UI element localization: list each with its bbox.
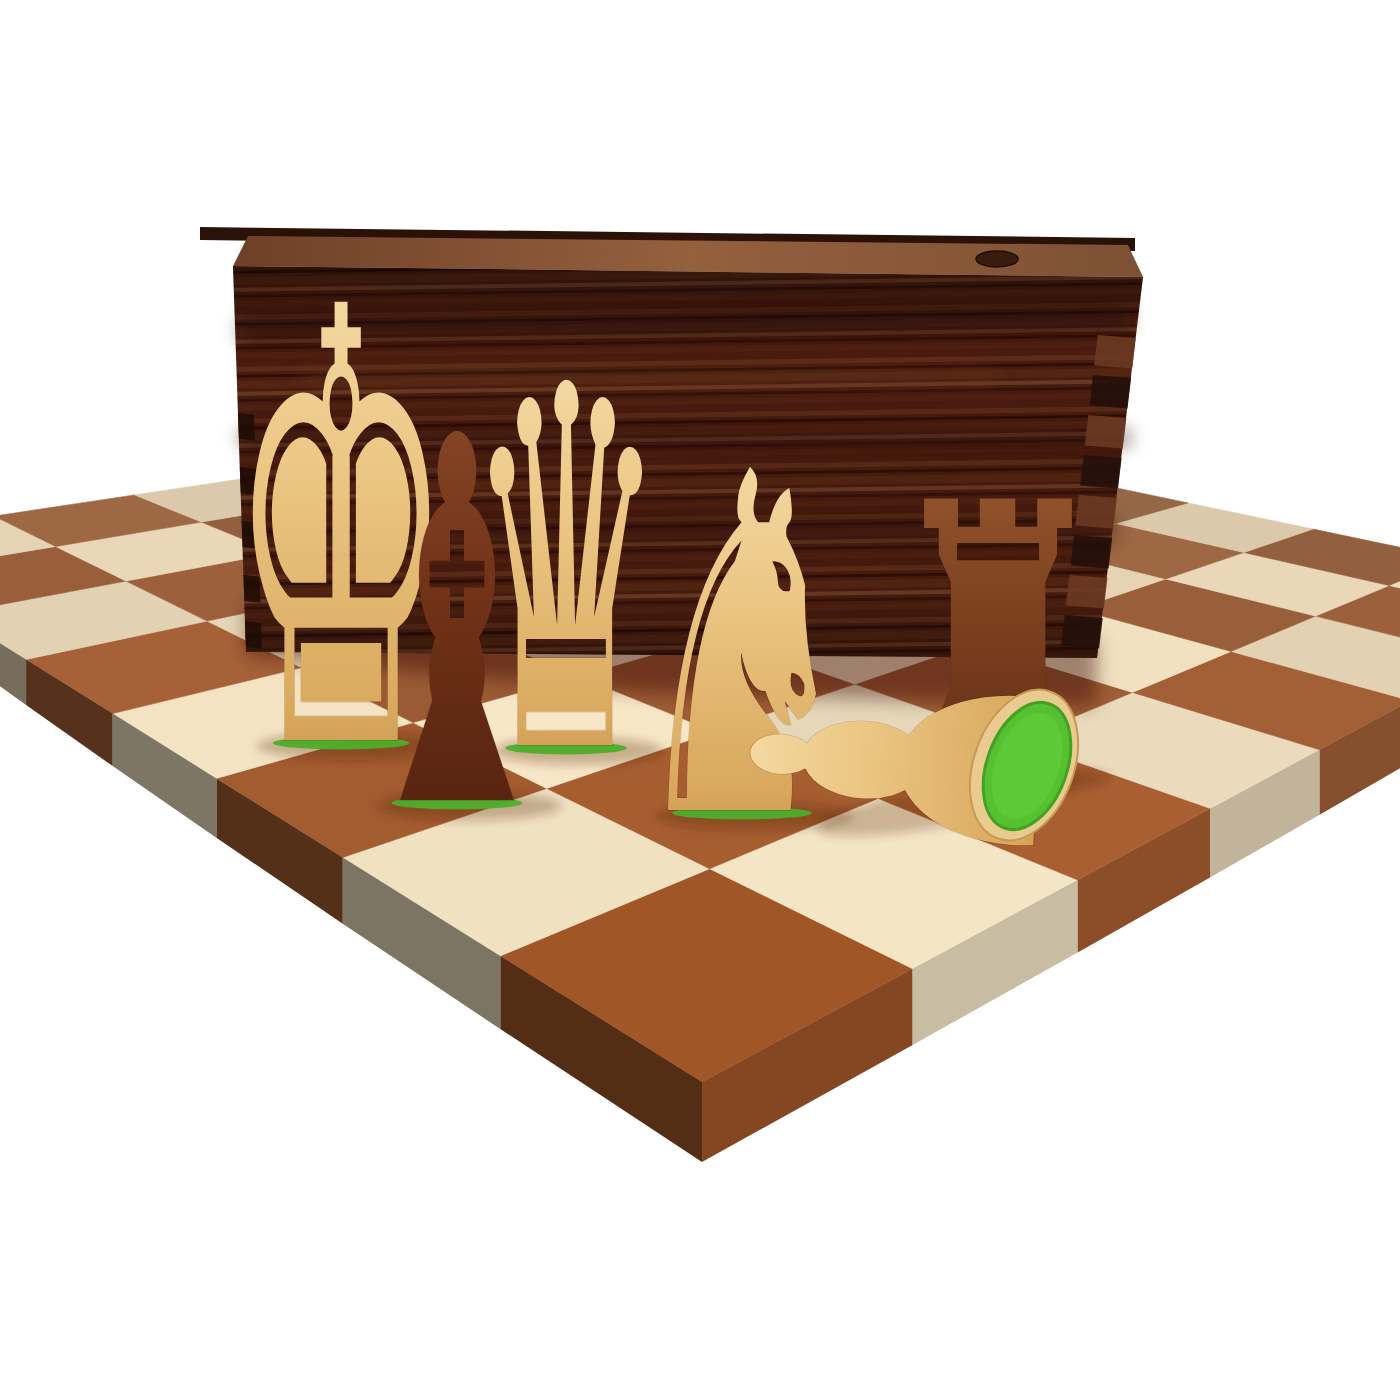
finger-joint-tab (1094, 335, 1136, 368)
chess-set-photo: ♚♛♜♝♞♟ (0, 0, 1400, 1400)
finger-joint-tab (1089, 375, 1131, 408)
box-thumb-notch-icon (976, 251, 1018, 267)
scene-svg: ♚♛♜♝♞♟ (0, 0, 1400, 1400)
piece-bishop: ♝ (348, 331, 565, 919)
